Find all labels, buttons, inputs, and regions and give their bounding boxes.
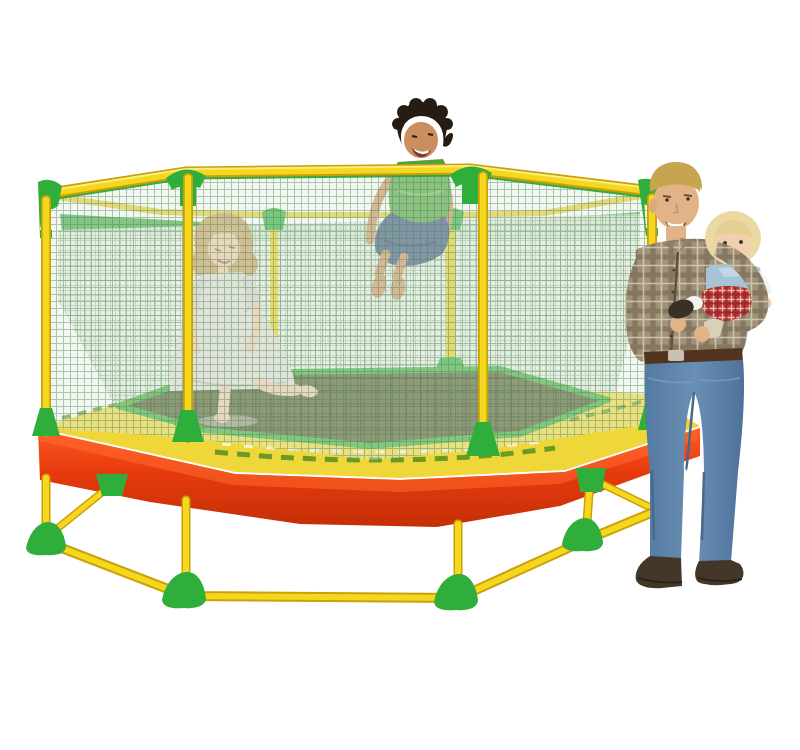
product-photo xyxy=(0,0,800,750)
safety-net xyxy=(46,166,652,460)
trampoline-scene xyxy=(0,0,800,750)
